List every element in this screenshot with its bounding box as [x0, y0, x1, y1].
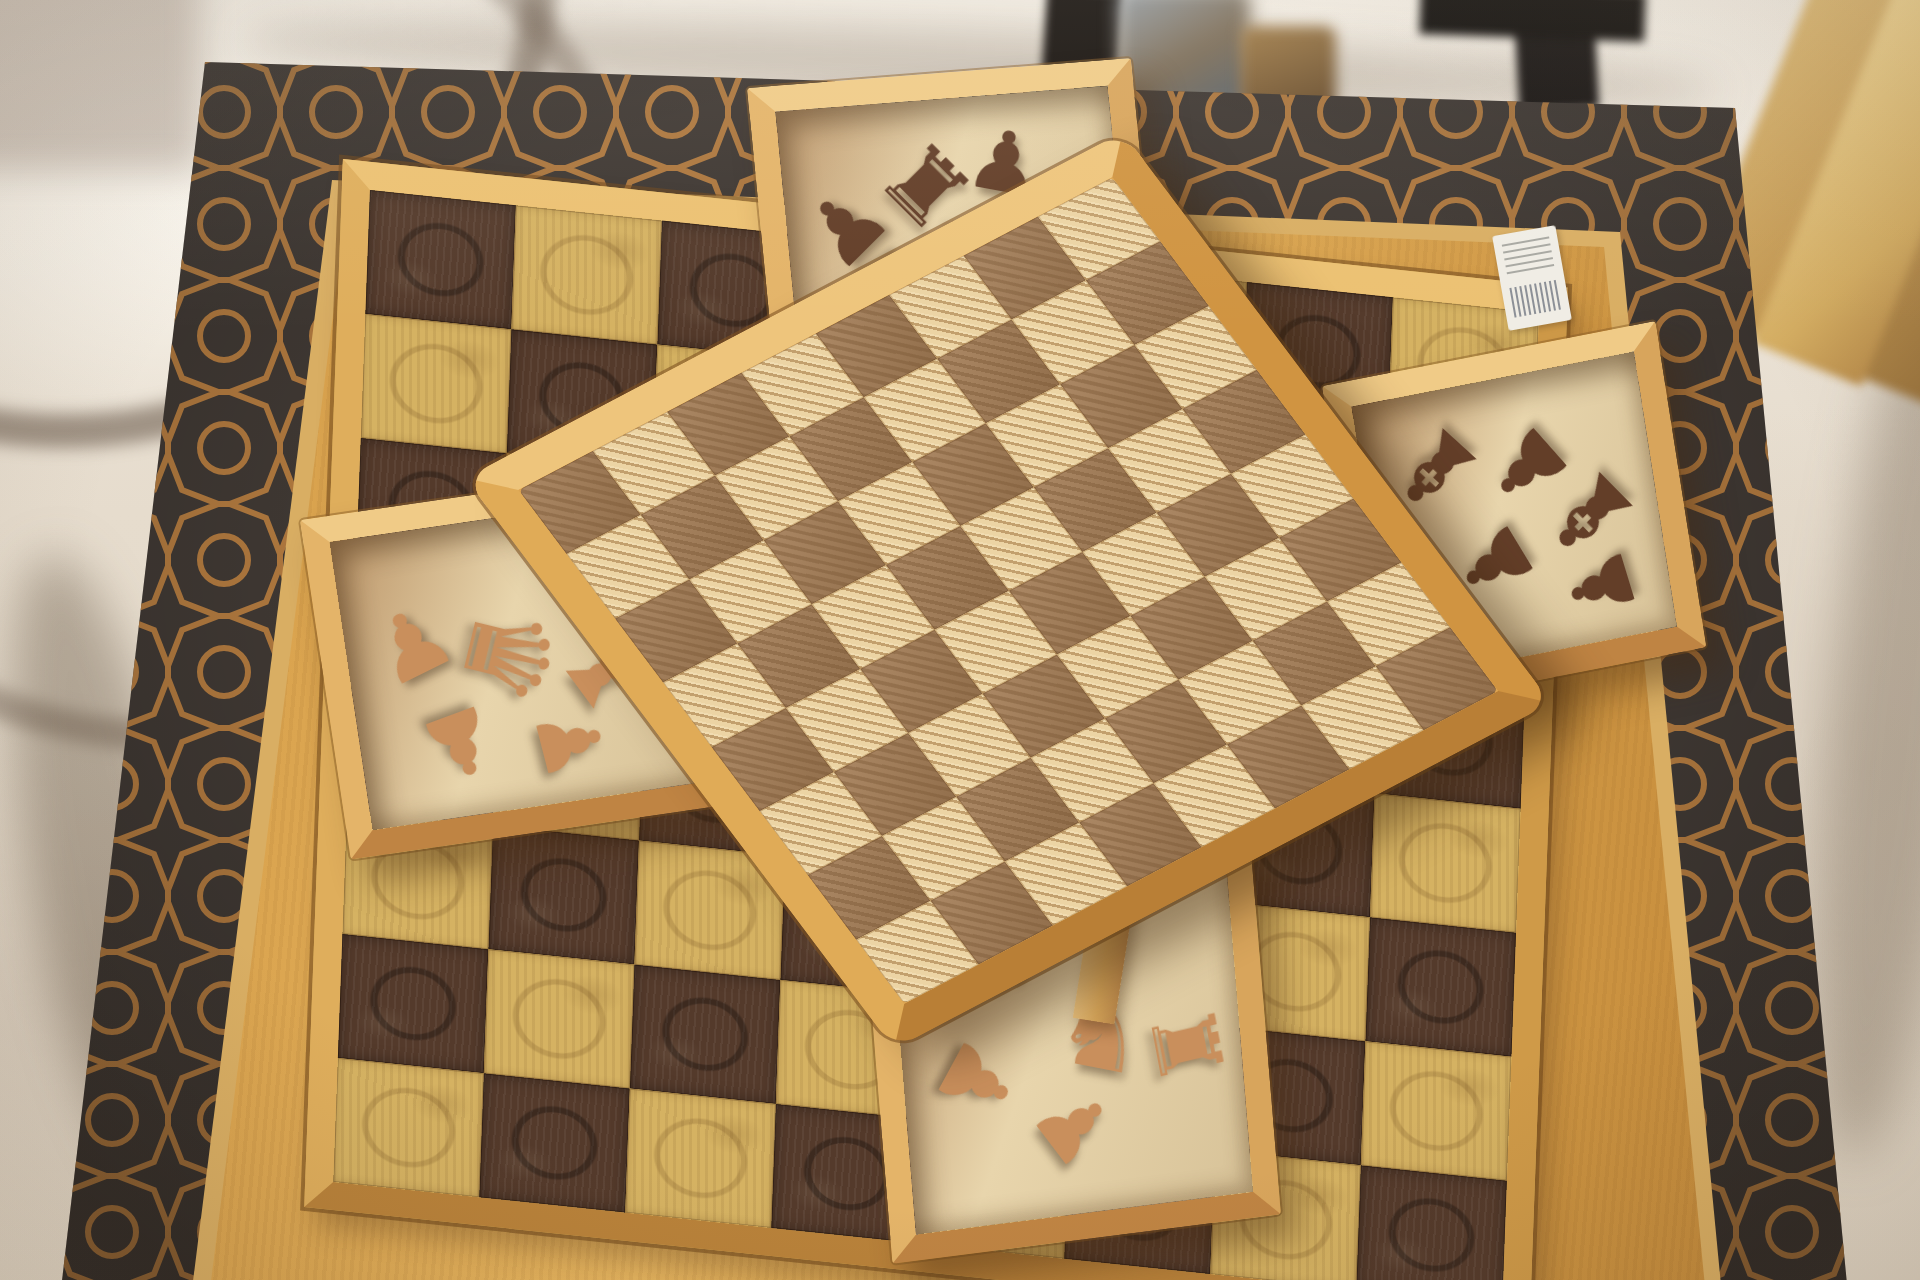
- big-board-square: [630, 965, 781, 1104]
- big-board-square: [1370, 793, 1521, 932]
- big-board-square: [1365, 917, 1516, 1056]
- photo-stage: ♟♜♟♛♝♟ ♝♟♝♟♟ ♟♛♝♟♟ ♝♞♜♟♟: [0, 0, 1920, 1280]
- barcode-icon: [1509, 280, 1561, 318]
- big-board-square: [484, 949, 635, 1088]
- big-board-square: [333, 1058, 484, 1197]
- big-board-square: [626, 1089, 777, 1228]
- sticker-text-lines: [1502, 236, 1554, 274]
- big-board-square: [1361, 1041, 1512, 1180]
- big-board-square: [361, 314, 512, 453]
- big-board-square: [365, 190, 516, 329]
- big-board-square: [479, 1073, 630, 1212]
- big-board-square: [1356, 1165, 1507, 1280]
- chess-piece-pawn: ♟: [409, 689, 511, 796]
- chess-piece-pawn: ♟: [920, 1024, 1035, 1135]
- big-board-square: [489, 825, 640, 964]
- big-board-square: [338, 934, 489, 1073]
- big-board-square: [512, 205, 663, 344]
- floor-shadow: [0, 0, 200, 170]
